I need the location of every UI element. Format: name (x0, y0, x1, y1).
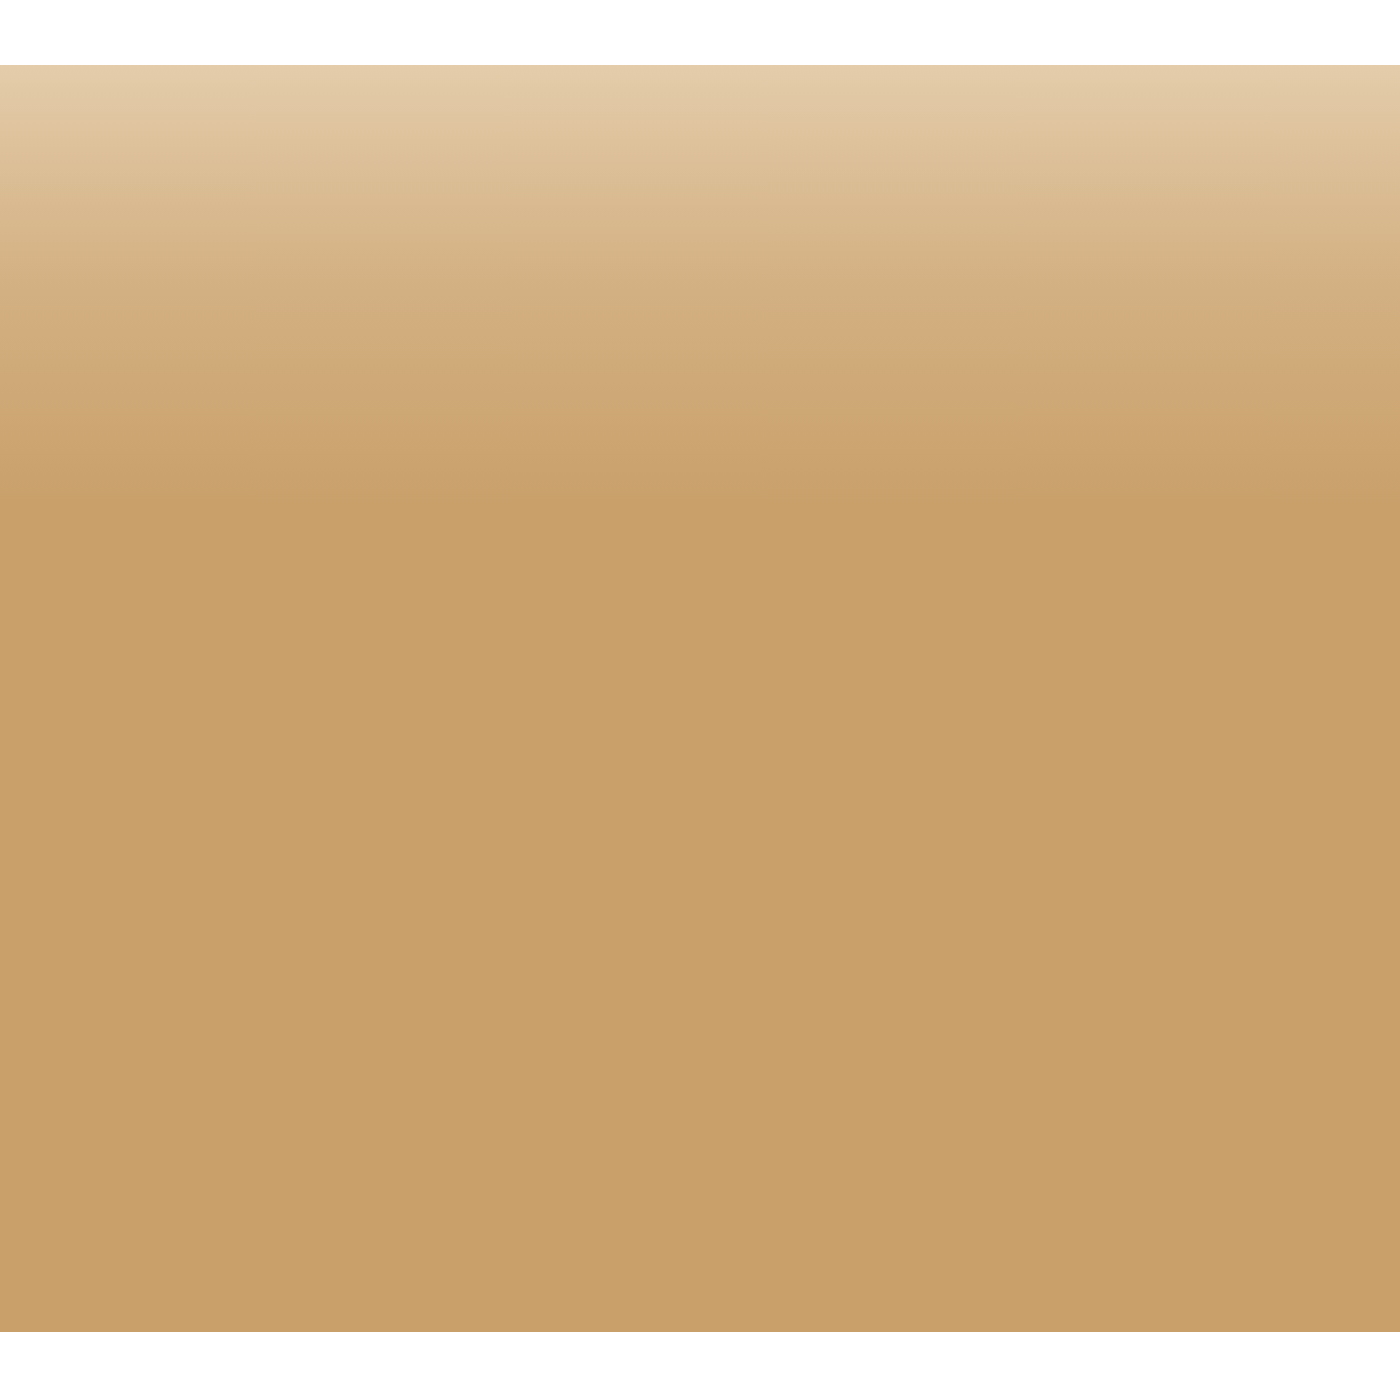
white-letterbox-bottom (0, 1332, 1400, 1400)
chess-set-photo (0, 0, 1400, 1400)
photo-area (0, 65, 1400, 1332)
white-letterbox-top (0, 0, 1400, 65)
background-haze (0, 65, 1400, 505)
photo-canvas (0, 0, 1400, 1400)
